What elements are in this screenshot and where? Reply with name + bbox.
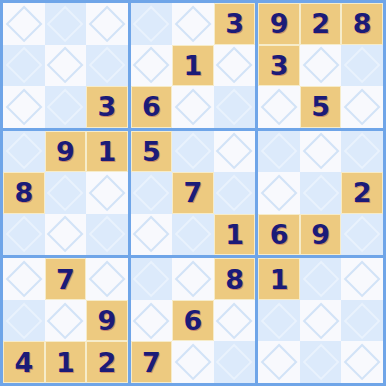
diamond-pattern	[5, 133, 42, 170]
diamond-pattern	[261, 88, 298, 125]
cell-r5c3[interactable]	[86, 172, 128, 214]
cell-r8c9[interactable]	[341, 300, 383, 342]
diamond-pattern	[174, 88, 211, 125]
cell-r8c5: 6	[172, 300, 214, 342]
diamond-pattern	[302, 47, 339, 84]
cell-r5c2[interactable]	[45, 172, 87, 214]
cell-r3c1[interactable]	[3, 86, 45, 128]
cell-r2c8[interactable]	[300, 45, 342, 87]
cell-r9c6[interactable]	[214, 341, 256, 383]
cell-r8c4[interactable]	[131, 300, 173, 342]
diamond-pattern	[133, 302, 170, 339]
cell-r3c4: 6	[131, 86, 173, 128]
cell-r1c5[interactable]	[172, 3, 214, 45]
box-r3c1: 79412	[3, 258, 128, 383]
cell-r6c2[interactable]	[45, 214, 87, 256]
diamond-pattern	[344, 133, 381, 170]
diamond-pattern	[88, 47, 125, 84]
cell-r7c3[interactable]	[86, 258, 128, 300]
diamond-pattern	[261, 174, 298, 211]
cell-r5c9: 2	[341, 172, 383, 214]
box-r1c3: 92835	[258, 3, 383, 128]
cell-r8c2[interactable]	[45, 300, 87, 342]
cell-r8c8[interactable]	[300, 300, 342, 342]
diamond-pattern	[344, 302, 381, 339]
diamond-pattern	[302, 344, 339, 381]
cell-r7c9[interactable]	[341, 258, 383, 300]
diamond-pattern	[174, 344, 211, 381]
diamond-pattern	[133, 5, 170, 42]
diamond-pattern	[47, 302, 84, 339]
cell-r8c6[interactable]	[214, 300, 256, 342]
cell-r2c5: 1	[172, 45, 214, 87]
diamond-pattern	[344, 47, 381, 84]
diamond-pattern	[174, 133, 211, 170]
cell-r1c2[interactable]	[45, 3, 87, 45]
diamond-pattern	[344, 344, 381, 381]
diamond-pattern	[344, 261, 381, 298]
sudoku-board: 331692835918571269794128671	[0, 0, 386, 386]
diamond-pattern	[88, 216, 125, 253]
cell-r6c3[interactable]	[86, 214, 128, 256]
diamond-pattern	[47, 47, 84, 84]
diamond-pattern	[174, 216, 211, 253]
diamond-pattern	[344, 216, 381, 253]
cell-r3c6[interactable]	[214, 86, 256, 128]
diamond-pattern	[216, 133, 253, 170]
diamond-pattern	[174, 261, 211, 298]
diamond-pattern	[261, 302, 298, 339]
cell-r7c2: 7	[45, 258, 87, 300]
cell-r6c1[interactable]	[3, 214, 45, 256]
cell-r6c9[interactable]	[341, 214, 383, 256]
diamond-pattern	[133, 261, 170, 298]
cell-r7c8[interactable]	[300, 258, 342, 300]
box-r2c1: 918	[3, 131, 128, 256]
cell-r2c6[interactable]	[214, 45, 256, 87]
cell-r2c7: 3	[258, 45, 300, 87]
cell-r1c9: 8	[341, 3, 383, 45]
cell-r5c4[interactable]	[131, 172, 173, 214]
cell-r3c5[interactable]	[172, 86, 214, 128]
cell-r7c4[interactable]	[131, 258, 173, 300]
box-r2c2: 571	[131, 131, 256, 256]
box-r2c3: 269	[258, 131, 383, 256]
diamond-pattern	[302, 261, 339, 298]
diamond-pattern	[5, 302, 42, 339]
cell-r1c6: 3	[214, 3, 256, 45]
cell-r5c8[interactable]	[300, 172, 342, 214]
cell-r7c1[interactable]	[3, 258, 45, 300]
diamond-pattern	[174, 5, 211, 42]
cell-r6c4[interactable]	[131, 214, 173, 256]
cell-r4c4: 5	[131, 131, 173, 173]
diamond-pattern	[47, 5, 84, 42]
diamond-pattern	[133, 216, 170, 253]
diamond-pattern	[302, 302, 339, 339]
cell-r5c5: 7	[172, 172, 214, 214]
cell-r2c1[interactable]	[3, 45, 45, 87]
diamond-pattern	[88, 261, 125, 298]
cell-r2c2[interactable]	[45, 45, 87, 87]
cell-r2c4[interactable]	[131, 45, 173, 87]
diamond-pattern	[216, 344, 253, 381]
cell-r3c3: 3	[86, 86, 128, 128]
diamond-pattern	[216, 47, 253, 84]
box-r1c1: 3	[3, 3, 128, 128]
cell-r8c7[interactable]	[258, 300, 300, 342]
cell-r4c5[interactable]	[172, 131, 214, 173]
cell-r3c2[interactable]	[45, 86, 87, 128]
cell-r4c8[interactable]	[300, 131, 342, 173]
cell-r4c2: 9	[45, 131, 87, 173]
cell-r9c9[interactable]	[341, 341, 383, 383]
cell-r9c4: 7	[131, 341, 173, 383]
diamond-pattern	[133, 174, 170, 211]
cell-r4c7[interactable]	[258, 131, 300, 173]
cell-r1c1[interactable]	[3, 3, 45, 45]
cell-r4c1[interactable]	[3, 131, 45, 173]
diamond-pattern	[47, 88, 84, 125]
diamond-pattern	[88, 5, 125, 42]
diamond-pattern	[302, 174, 339, 211]
diamond-pattern	[261, 344, 298, 381]
cell-r9c1: 4	[3, 341, 45, 383]
diamond-pattern	[216, 302, 253, 339]
diamond-pattern	[133, 47, 170, 84]
box-r3c3: 1	[258, 258, 383, 383]
diamond-pattern	[216, 174, 253, 211]
cell-r3c7[interactable]	[258, 86, 300, 128]
cell-r9c7[interactable]	[258, 341, 300, 383]
diamond-pattern	[5, 261, 42, 298]
cell-r5c6[interactable]	[214, 172, 256, 214]
box-r1c2: 316	[131, 3, 256, 128]
cell-r4c3: 1	[86, 131, 128, 173]
diamond-pattern	[47, 216, 84, 253]
cell-r4c6[interactable]	[214, 131, 256, 173]
diamond-pattern	[5, 88, 42, 125]
diamond-pattern	[5, 5, 42, 42]
cell-r8c3: 9	[86, 300, 128, 342]
cell-r1c3[interactable]	[86, 3, 128, 45]
cell-r6c6: 1	[214, 214, 256, 256]
cell-r6c7: 6	[258, 214, 300, 256]
cell-r8c1[interactable]	[3, 300, 45, 342]
cell-r1c8: 2	[300, 3, 342, 45]
diamond-pattern	[216, 88, 253, 125]
cell-r7c7: 1	[258, 258, 300, 300]
diamond-pattern	[261, 133, 298, 170]
cell-r9c8[interactable]	[300, 341, 342, 383]
diamond-pattern	[88, 174, 125, 211]
cell-r7c6: 8	[214, 258, 256, 300]
cell-r9c5[interactable]	[172, 341, 214, 383]
cell-r9c2: 1	[45, 341, 87, 383]
cell-r9c3: 2	[86, 341, 128, 383]
cell-r7c5[interactable]	[172, 258, 214, 300]
cell-r6c8: 9	[300, 214, 342, 256]
box-r3c2: 867	[131, 258, 256, 383]
cell-r4c9[interactable]	[341, 131, 383, 173]
diamond-pattern	[344, 88, 381, 125]
diamond-pattern	[5, 216, 42, 253]
cell-r1c7: 9	[258, 3, 300, 45]
cell-r6c5[interactable]	[172, 214, 214, 256]
diamond-pattern	[302, 133, 339, 170]
cell-r2c9[interactable]	[341, 45, 383, 87]
cell-r1c4[interactable]	[131, 3, 173, 45]
cell-r2c3[interactable]	[86, 45, 128, 87]
cell-r5c1: 8	[3, 172, 45, 214]
diamond-pattern	[5, 47, 42, 84]
cell-r3c8: 5	[300, 86, 342, 128]
diamond-pattern	[47, 174, 84, 211]
cell-r5c7[interactable]	[258, 172, 300, 214]
cell-r3c9[interactable]	[341, 86, 383, 128]
